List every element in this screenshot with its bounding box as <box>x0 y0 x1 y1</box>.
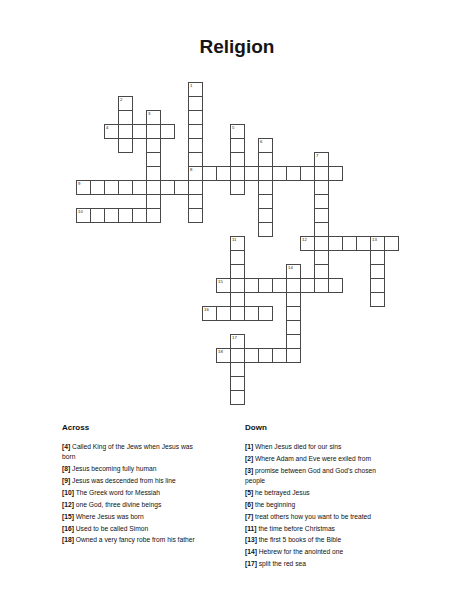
down-clue-list: [1] When Jesus died for our sins[2] Wher… <box>245 442 391 569</box>
cell-r14-c11 <box>230 278 245 293</box>
cell-r20-c11 <box>230 362 245 377</box>
cell-r4-c8 <box>188 138 203 153</box>
cell-r16-c9: 16 <box>202 306 217 321</box>
cell-r9-c5 <box>146 208 161 223</box>
cell-r11-c11: 11 <box>230 236 245 251</box>
clue-down-3: [3] promise between God and God's chosen… <box>245 466 391 485</box>
clue-across-4: [4] Called King of the Jews when Jesus w… <box>62 442 208 461</box>
cell-r14-c12 <box>244 278 259 293</box>
cell-r3-c5 <box>146 124 161 139</box>
clue-across-16: [16] Used to be called Simon <box>62 524 208 534</box>
clue-text: treat others how you want to be treated <box>253 513 371 520</box>
cell-r14-c10: 15 <box>216 278 231 293</box>
cell-r5-c11 <box>230 152 245 167</box>
cell-r6-c18 <box>328 166 343 181</box>
cell-r7-c0: 9 <box>76 180 91 195</box>
cell-r6-c17 <box>314 166 329 181</box>
cell-r7-c13 <box>258 180 273 195</box>
clue-text: Used to be called Simon <box>74 525 148 532</box>
cell-r7-c6 <box>160 180 175 195</box>
cell-r12-c11 <box>230 250 245 265</box>
cell-r15-c11 <box>230 292 245 307</box>
clue-text: Jesus becoming fully human <box>70 465 156 472</box>
cell-number-1: 1 <box>190 83 192 88</box>
cell-r21-c11 <box>230 376 245 391</box>
cell-r19-c12 <box>244 348 259 363</box>
clue-down-13: [13] the first 5 books of the Bible <box>245 535 391 545</box>
cell-number-16: 16 <box>204 307 209 312</box>
clue-text: The Greek word for Messiah <box>74 489 160 496</box>
clue-text: the beginning <box>253 501 295 508</box>
cell-r11-c18 <box>328 236 343 251</box>
cell-r12-c17 <box>314 250 329 265</box>
cell-r14-c17 <box>314 278 329 293</box>
puzzle-title: Religion <box>0 36 474 58</box>
cell-number-4: 4 <box>106 125 108 130</box>
clue-number: [15] <box>62 513 74 520</box>
cell-number-18: 18 <box>218 349 223 354</box>
clue-down-14: [14] Hebrew for the anointed one <box>245 547 391 557</box>
cell-r19-c14 <box>272 348 287 363</box>
clue-number: [11] <box>245 525 257 532</box>
clue-across-15: [15] Where Jesus was born <box>62 512 208 522</box>
cell-r7-c7 <box>174 180 189 195</box>
cell-number-8: 8 <box>190 167 192 172</box>
cell-number-13: 13 <box>372 237 377 242</box>
cell-r3-c3 <box>118 124 133 139</box>
cell-r19-c15 <box>286 348 301 363</box>
clue-number: [8] <box>62 465 70 472</box>
cell-r4-c13: 6 <box>258 138 273 153</box>
cell-r14-c14 <box>272 278 287 293</box>
crossword-grid: 123456789101112131415161718 <box>76 82 400 406</box>
cell-r13-c17 <box>314 264 329 279</box>
cell-r6-c14 <box>272 166 287 181</box>
cell-r9-c2 <box>104 208 119 223</box>
cell-r6-c13 <box>258 166 273 181</box>
cell-r9-c13 <box>258 208 273 223</box>
cell-r14-c18 <box>328 278 343 293</box>
clue-text: promise between God and God's chosen peo… <box>245 467 376 484</box>
cell-number-9: 9 <box>78 181 80 186</box>
cell-r5-c17: 7 <box>314 152 329 167</box>
cell-r3-c8 <box>188 124 203 139</box>
cell-r6-c8: 8 <box>188 166 203 181</box>
clues-section: Across [4] Called King of the Jews when … <box>62 423 391 571</box>
cell-r6-c9 <box>202 166 217 181</box>
cell-r18-c15 <box>286 334 301 349</box>
cell-number-3: 3 <box>148 111 150 116</box>
cell-r13-c11 <box>230 264 245 279</box>
cell-r18-c11: 17 <box>230 334 245 349</box>
cell-r8-c13 <box>258 194 273 209</box>
clue-number: [6] <box>245 501 253 508</box>
clue-text: When Jesus died for our sins <box>253 443 341 450</box>
cell-r2-c8 <box>188 110 203 125</box>
cell-r14-c15 <box>286 278 301 293</box>
across-header: Across <box>62 423 208 432</box>
clue-down-1: [1] When Jesus died for our sins <box>245 442 391 452</box>
cell-r14-c21 <box>370 278 385 293</box>
cell-number-7: 7 <box>316 153 318 158</box>
cell-r11-c17 <box>314 236 329 251</box>
cell-r4-c11 <box>230 138 245 153</box>
cell-r2-c5: 3 <box>146 110 161 125</box>
cell-number-15: 15 <box>218 279 223 284</box>
clue-across-10: [10] The Greek word for Messiah <box>62 488 208 498</box>
clue-number: [16] <box>62 525 74 532</box>
clue-across-8: [8] Jesus becoming fully human <box>62 464 208 474</box>
clue-across-9: [9] Jesus was descended from his line <box>62 476 208 486</box>
clue-number: [18] <box>62 536 74 543</box>
cell-r7-c5 <box>146 180 161 195</box>
clue-down-6: [6] the beginning <box>245 500 391 510</box>
cell-r14-c13 <box>258 278 273 293</box>
cell-r6-c10 <box>216 166 231 181</box>
cell-r17-c15 <box>286 320 301 335</box>
cell-r10-c17 <box>314 222 329 237</box>
clue-number: [7] <box>245 513 253 520</box>
cell-r16-c12 <box>244 306 259 321</box>
clue-text: Where Adam and Eve were exiled from <box>253 455 371 462</box>
cell-r6-c5 <box>146 166 161 181</box>
cell-r7-c1 <box>90 180 105 195</box>
cell-r13-c15: 14 <box>286 264 301 279</box>
cell-r11-c20 <box>356 236 371 251</box>
cell-r0-c8: 1 <box>188 82 203 97</box>
cell-r7-c11 <box>230 180 245 195</box>
clue-text: Where Jesus was born <box>74 513 144 520</box>
down-header: Down <box>245 423 391 432</box>
cell-r16-c13 <box>258 306 273 321</box>
cell-r5-c5 <box>146 152 161 167</box>
cell-r3-c4 <box>132 124 147 139</box>
cell-r16-c10 <box>216 306 231 321</box>
cell-r11-c19 <box>342 236 357 251</box>
cell-r6-c11 <box>230 166 245 181</box>
cell-r7-c2 <box>104 180 119 195</box>
clue-down-11: [11] the time before Christmas <box>245 524 391 534</box>
cell-r16-c15 <box>286 306 301 321</box>
clue-text: the first 5 books of the Bible <box>257 536 341 543</box>
clue-text: Owned a very fancy robe from his father <box>74 536 195 543</box>
cell-number-5: 5 <box>232 125 234 130</box>
down-clues-column: Down [1] When Jesus died for our sins[2]… <box>245 423 391 571</box>
cell-r9-c0: 10 <box>76 208 91 223</box>
cell-r9-c17 <box>314 208 329 223</box>
cell-r9-c8 <box>188 208 203 223</box>
cell-r11-c21: 13 <box>370 236 385 251</box>
clue-number: [2] <box>245 455 253 462</box>
clue-number: [3] <box>245 467 253 474</box>
clue-number: [1] <box>245 443 253 450</box>
clue-number: [13] <box>245 536 257 543</box>
clue-number: [4] <box>62 443 70 450</box>
clue-down-5: [5] he betrayed Jesus <box>245 488 391 498</box>
cell-r6-c16 <box>300 166 315 181</box>
cell-r19-c11 <box>230 348 245 363</box>
cell-r3-c2: 4 <box>104 124 119 139</box>
clue-down-17: [17] split the red sea <box>245 559 391 569</box>
clue-text: split the red sea <box>257 560 306 567</box>
across-clue-list: [4] Called King of the Jews when Jesus w… <box>62 442 208 545</box>
clue-across-18: [18] Owned a very fancy robe from his fa… <box>62 535 208 545</box>
cell-r7-c17 <box>314 180 329 195</box>
cell-r8-c5 <box>146 194 161 209</box>
cell-r13-c21 <box>370 264 385 279</box>
clue-down-7: [7] treat others how you want to be trea… <box>245 512 391 522</box>
cell-r11-c22 <box>384 236 399 251</box>
cell-r14-c16 <box>300 278 315 293</box>
clue-text: one God, three divine beings <box>74 501 161 508</box>
cell-r1-c8 <box>188 96 203 111</box>
clue-number: [12] <box>62 501 74 508</box>
cell-number-11: 11 <box>232 237 236 242</box>
cell-r19-c13 <box>258 348 273 363</box>
cell-number-14: 14 <box>288 265 293 270</box>
cell-r6-c12 <box>244 166 259 181</box>
cell-r12-c21 <box>370 250 385 265</box>
cell-r15-c15 <box>286 292 301 307</box>
cell-r5-c13 <box>258 152 273 167</box>
clue-number: [17] <box>245 560 257 567</box>
cell-r3-c6 <box>160 124 175 139</box>
clue-number: [9] <box>62 477 70 484</box>
cell-r8-c8 <box>188 194 203 209</box>
clue-number: [10] <box>62 489 74 496</box>
crossword-page: Religion 123456789101112131415161718 Acr… <box>0 0 474 613</box>
cell-number-6: 6 <box>260 139 262 144</box>
cell-r7-c4 <box>132 180 147 195</box>
cell-r9-c4 <box>132 208 147 223</box>
cell-r22-c11 <box>230 390 245 405</box>
cell-r3-c11: 5 <box>230 124 245 139</box>
cell-number-10: 10 <box>78 209 83 214</box>
cell-r7-c8 <box>188 180 203 195</box>
clue-number: [14] <box>245 548 257 555</box>
cell-r11-c16: 12 <box>300 236 315 251</box>
cell-r1-c3: 2 <box>118 96 133 111</box>
cell-r5-c8 <box>188 152 203 167</box>
cell-r9-c3 <box>118 208 133 223</box>
cell-r8-c17 <box>314 194 329 209</box>
clue-number: [5] <box>245 489 253 496</box>
clue-text: Hebrew for the anointed one <box>257 548 343 555</box>
cell-r16-c11 <box>230 306 245 321</box>
cell-r7-c3 <box>118 180 133 195</box>
clue-text: he betrayed Jesus <box>253 489 310 496</box>
cell-r6-c15 <box>286 166 301 181</box>
clue-across-12: [12] one God, three divine beings <box>62 500 208 510</box>
cell-r15-c21 <box>370 292 385 307</box>
cell-r4-c5 <box>146 138 161 153</box>
cell-r10-c13 <box>258 222 273 237</box>
clue-text: the time before Christmas <box>257 525 335 532</box>
clue-text: Called King of the Jews when Jesus was b… <box>62 443 193 460</box>
clue-text: Jesus was descended from his line <box>70 477 176 484</box>
cell-r4-c3 <box>118 138 133 153</box>
cell-r9-c1 <box>90 208 105 223</box>
cell-r2-c3 <box>118 110 133 125</box>
across-clues-column: Across [4] Called King of the Jews when … <box>62 423 208 571</box>
clue-down-2: [2] Where Adam and Eve were exiled from <box>245 454 391 464</box>
cell-number-12: 12 <box>302 237 307 242</box>
cell-number-17: 17 <box>232 335 237 340</box>
cell-r19-c10: 18 <box>216 348 231 363</box>
cell-number-2: 2 <box>120 97 122 102</box>
